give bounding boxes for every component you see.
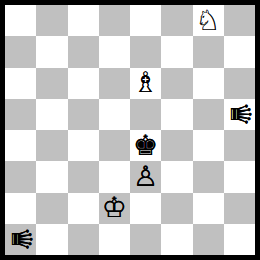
square-d1[interactable] [99,224,130,255]
square-b5[interactable] [36,99,67,130]
square-g4[interactable] [193,130,224,161]
square-b3[interactable] [36,161,67,192]
square-b7[interactable] [36,36,67,67]
square-g3[interactable] [193,161,224,192]
square-f4[interactable] [161,130,192,161]
square-c5[interactable] [68,99,99,130]
square-h7[interactable] [224,36,255,67]
square-c7[interactable] [68,36,99,67]
square-b1[interactable] [36,224,67,255]
square-g8[interactable]: ♘ [193,5,224,36]
square-h3[interactable] [224,161,255,192]
square-c2[interactable] [68,193,99,224]
black-queen-rotated-a1: ♛ [7,227,35,252]
square-h1[interactable] [224,224,255,255]
square-a4[interactable] [5,130,36,161]
square-e6[interactable]: ♗ [130,68,161,99]
square-a2[interactable] [5,193,36,224]
square-e5[interactable] [130,99,161,130]
white-king-d2: ♔ [102,194,127,222]
square-c3[interactable] [68,161,99,192]
chess-board: ♘♗♛♚♙♔♛ [0,0,260,260]
white-pawn-e3: ♙ [133,163,158,191]
chess-diagram: ♘♗♛♚♙♔♛ [0,0,260,260]
square-e2[interactable] [130,193,161,224]
square-a7[interactable] [5,36,36,67]
black-queen-rotated-h5: ♛ [225,102,253,127]
square-f2[interactable] [161,193,192,224]
square-f6[interactable] [161,68,192,99]
white-knight-g8: ♘ [196,7,221,35]
square-d7[interactable] [99,36,130,67]
square-c6[interactable] [68,68,99,99]
square-f5[interactable] [161,99,192,130]
square-e4[interactable]: ♚ [130,130,161,161]
square-g6[interactable] [193,68,224,99]
square-h6[interactable] [224,68,255,99]
square-d8[interactable] [99,5,130,36]
black-king-e4: ♚ [133,132,158,160]
square-d5[interactable] [99,99,130,130]
square-g1[interactable] [193,224,224,255]
square-d2[interactable]: ♔ [99,193,130,224]
square-g7[interactable] [193,36,224,67]
square-g2[interactable] [193,193,224,224]
square-a1[interactable]: ♛ [5,224,36,255]
square-g5[interactable] [193,99,224,130]
square-f8[interactable] [161,5,192,36]
square-a6[interactable] [5,68,36,99]
square-a3[interactable] [5,161,36,192]
square-h8[interactable] [224,5,255,36]
square-c1[interactable] [68,224,99,255]
square-h4[interactable] [224,130,255,161]
square-a8[interactable] [5,5,36,36]
square-h2[interactable] [224,193,255,224]
square-f7[interactable] [161,36,192,67]
square-d6[interactable] [99,68,130,99]
square-a5[interactable] [5,99,36,130]
square-d4[interactable] [99,130,130,161]
square-f1[interactable] [161,224,192,255]
square-b8[interactable] [36,5,67,36]
square-b6[interactable] [36,68,67,99]
square-d3[interactable] [99,161,130,192]
square-b4[interactable] [36,130,67,161]
white-bishop-e6: ♗ [133,69,158,97]
square-e8[interactable] [130,5,161,36]
square-c8[interactable] [68,5,99,36]
square-e1[interactable] [130,224,161,255]
square-c4[interactable] [68,130,99,161]
square-f3[interactable] [161,161,192,192]
square-h5[interactable]: ♛ [224,99,255,130]
square-b2[interactable] [36,193,67,224]
square-e7[interactable] [130,36,161,67]
square-e3[interactable]: ♙ [130,161,161,192]
